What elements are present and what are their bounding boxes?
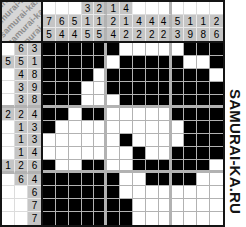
grid-cell[interactable]: [82, 56, 95, 69]
grid-cell[interactable]: [82, 121, 95, 134]
grid-cell[interactable]: [172, 95, 185, 108]
grid-cell[interactable]: [159, 199, 172, 212]
col-clue: 9: [184, 28, 197, 41]
col-clue: [133, 2, 146, 15]
grid-cell[interactable]: [159, 108, 172, 121]
grid-cell[interactable]: [197, 69, 210, 82]
grid-cell[interactable]: [172, 173, 185, 186]
grid-cell[interactable]: [159, 121, 172, 134]
grid-cell[interactable]: [43, 147, 56, 160]
grid-cell[interactable]: [172, 134, 185, 147]
grid-cell[interactable]: [107, 212, 120, 225]
grid-cell[interactable]: [94, 69, 107, 82]
col-clue: 4: [69, 28, 82, 41]
col-clue: 7: [43, 15, 56, 28]
grid-cell[interactable]: [159, 134, 172, 147]
grid-cell[interactable]: [82, 173, 95, 186]
grid-cell[interactable]: [133, 147, 146, 160]
grid-cell[interactable]: [107, 108, 120, 121]
col-clue: 3: [172, 28, 185, 41]
grid-cell[interactable]: [184, 199, 197, 212]
col-clue: 8: [197, 28, 210, 41]
col-clue: [210, 2, 223, 15]
grid-cell[interactable]: [159, 95, 172, 108]
grid-cell[interactable]: [133, 134, 146, 147]
grid-cell[interactable]: [197, 134, 210, 147]
grid-cell[interactable]: [94, 82, 107, 95]
grid-cell[interactable]: [146, 43, 159, 56]
grid-cell[interactable]: [120, 69, 133, 82]
row-clue: 3: [28, 121, 41, 134]
row-clue: 3: [28, 134, 41, 147]
grid-cell[interactable]: [120, 147, 133, 160]
grid-cell[interactable]: [159, 82, 172, 95]
grid-cell[interactable]: [120, 134, 133, 147]
row-clue: 1: [28, 56, 41, 69]
row-clue: [2, 186, 15, 199]
row-clue: 5: [2, 56, 15, 69]
col-clue: 5: [94, 28, 107, 41]
col-clue: 2: [146, 28, 159, 41]
side-watermark: SAMURAI-KA.RU: [225, 0, 246, 227]
grid-cell[interactable]: [94, 199, 107, 212]
grid-cell[interactable]: [56, 186, 69, 199]
grid-cell[interactable]: [172, 212, 185, 225]
grid-cell[interactable]: [69, 95, 82, 108]
grid-cell[interactable]: [172, 69, 185, 82]
col-clue: 1: [184, 15, 197, 28]
grid-cell[interactable]: [43, 56, 56, 69]
row-clue: [2, 147, 15, 160]
grid-cell[interactable]: [43, 199, 56, 212]
grid-cell[interactable]: [159, 56, 172, 69]
grid-cell[interactable]: [120, 56, 133, 69]
grid-cell[interactable]: [146, 121, 159, 134]
grid-cell[interactable]: [146, 173, 159, 186]
grid-cell[interactable]: [82, 108, 95, 121]
grid-cell[interactable]: [133, 212, 146, 225]
row-clue: 6: [15, 43, 28, 56]
grid-cell[interactable]: [43, 108, 56, 121]
side-watermark-text: SAMURAI-KA.RU: [227, 89, 244, 214]
grid-cell[interactable]: [56, 199, 69, 212]
grid-cell[interactable]: [120, 199, 133, 212]
grid-cell[interactable]: [69, 43, 82, 56]
grid-cell[interactable]: [82, 69, 95, 82]
grid-cell[interactable]: [56, 134, 69, 147]
col-clue: 1: [107, 2, 120, 15]
grid-cell[interactable]: [133, 95, 146, 108]
grid-cell[interactable]: [82, 134, 95, 147]
row-clue: 3: [28, 43, 41, 56]
row-clue: 2: [2, 108, 15, 121]
grid-cell[interactable]: [120, 95, 133, 108]
grid-cell[interactable]: [120, 212, 133, 225]
grid-cell[interactable]: [43, 173, 56, 186]
grid-cell[interactable]: [94, 173, 107, 186]
col-clue: [184, 2, 197, 15]
col-clue: 1: [82, 15, 95, 28]
grid-cell[interactable]: [56, 108, 69, 121]
col-clue: [146, 2, 159, 15]
grid-cell[interactable]: [172, 160, 185, 173]
col-clue: 4: [146, 15, 159, 28]
grid-cell[interactable]: [146, 160, 159, 173]
grid-cell[interactable]: [159, 212, 172, 225]
grid-cell[interactable]: [159, 173, 172, 186]
row-clue: 8: [28, 94, 41, 108]
col-clue: 1: [197, 15, 210, 28]
grid-cell[interactable]: [159, 147, 172, 160]
grid-cell[interactable]: [210, 147, 223, 160]
grid-cell[interactable]: [82, 82, 95, 95]
grid-cell[interactable]: [197, 186, 210, 199]
grid-cell[interactable]: [94, 121, 107, 134]
col-clue: 1: [120, 15, 133, 28]
col-clue: 5: [82, 28, 95, 41]
col-clue: 3: [82, 2, 95, 15]
grid-cell[interactable]: [146, 56, 159, 69]
grid-cell[interactable]: [94, 108, 107, 121]
grid-cell[interactable]: [197, 160, 210, 173]
grid-cell[interactable]: [184, 160, 197, 173]
grid-cell[interactable]: [82, 95, 95, 108]
grid-cell[interactable]: [146, 82, 159, 95]
grid-cell[interactable]: [184, 108, 197, 121]
row-clue: 5: [15, 56, 28, 69]
grid-cell[interactable]: [146, 147, 159, 160]
grid-cell[interactable]: [120, 160, 133, 173]
row-clue: [2, 81, 15, 94]
grid-cell[interactable]: [172, 121, 185, 134]
grid-cell[interactable]: [107, 160, 120, 173]
grid-cell[interactable]: [56, 121, 69, 134]
grid-cell[interactable]: [69, 186, 82, 199]
grid-cell[interactable]: [69, 147, 82, 160]
grid-cell[interactable]: [159, 186, 172, 199]
grid-cell[interactable]: [43, 160, 56, 173]
grid-cell[interactable]: [120, 108, 133, 121]
grid-cell[interactable]: [56, 173, 69, 186]
grid-cell[interactable]: [94, 56, 107, 69]
row-clue: 4: [28, 174, 41, 187]
grid-cell[interactable]: [197, 147, 210, 160]
col-clue: 1: [94, 15, 107, 28]
grid-cell[interactable]: [133, 82, 146, 95]
grid-cell[interactable]: [56, 69, 69, 82]
grid-cell[interactable]: [159, 43, 172, 56]
grid-cell[interactable]: [172, 56, 185, 69]
grid-cell[interactable]: [120, 173, 133, 186]
grid-cell[interactable]: [133, 173, 146, 186]
grid-cell[interactable]: [120, 82, 133, 95]
row-clue: [2, 134, 15, 147]
row-clue: [2, 43, 15, 56]
grid-cell[interactable]: [184, 134, 197, 147]
col-clue: 5: [69, 15, 82, 28]
col-clue: 6: [210, 28, 223, 41]
grid-cell[interactable]: [197, 56, 210, 69]
grid-cell[interactable]: [146, 69, 159, 82]
grid-cell[interactable]: [197, 121, 210, 134]
row-clue: 4: [15, 69, 28, 82]
grid-cell[interactable]: [107, 199, 120, 212]
row-clues-panel: 6355148393822413131412664677: [2, 43, 43, 225]
grid-cell[interactable]: [43, 121, 56, 134]
grid-cell[interactable]: [120, 186, 133, 199]
col-clue: 4: [120, 2, 133, 15]
grid-cell[interactable]: [172, 43, 185, 56]
grid-cell[interactable]: [107, 69, 120, 82]
grid-cell[interactable]: [43, 212, 56, 225]
row-clue: 6: [15, 174, 28, 187]
row-clue: [2, 174, 15, 187]
row-clue: 8: [28, 69, 41, 82]
grid-cell[interactable]: [43, 134, 56, 147]
grid-cell[interactable]: [146, 199, 159, 212]
grid-cell[interactable]: [133, 121, 146, 134]
grid-cell[interactable]: [210, 199, 223, 212]
row-clue: 1: [15, 134, 28, 147]
grid-cell[interactable]: [184, 186, 197, 199]
grid-cell[interactable]: [82, 199, 95, 212]
row-clue: [2, 199, 15, 212]
grid-cell[interactable]: [94, 186, 107, 199]
grid-cell[interactable]: [172, 82, 185, 95]
grid-cell[interactable]: [82, 160, 95, 173]
row-clue: [2, 121, 15, 134]
grid-cell[interactable]: [107, 173, 120, 186]
grid-cell[interactable]: [210, 108, 223, 121]
grid-cell[interactable]: [56, 82, 69, 95]
grid-cell[interactable]: [82, 212, 95, 225]
col-clue: [197, 2, 210, 15]
grid-cell[interactable]: [69, 82, 82, 95]
grid-cell[interactable]: [172, 186, 185, 199]
grid-cell[interactable]: [210, 212, 223, 225]
col-clue: [159, 2, 172, 15]
grid-cell[interactable]: [43, 186, 56, 199]
grid-cell[interactable]: [69, 56, 82, 69]
grid-cell[interactable]: [133, 69, 146, 82]
grid-cell[interactable]: [120, 43, 133, 56]
corner-logo-text: samurai-ka.ru samurai-ka.ru samurai-ka.r…: [2, 2, 43, 43]
row-clue: [15, 199, 28, 212]
grid-cell[interactable]: [197, 173, 210, 186]
col-clue: 2: [94, 2, 107, 15]
grid-cell[interactable]: [210, 173, 223, 186]
grid-cell[interactable]: [197, 95, 210, 108]
col-clue: 2: [107, 15, 120, 28]
col-clue: [172, 2, 185, 15]
row-clue: 7: [28, 212, 41, 225]
grid-cell[interactable]: [107, 56, 120, 69]
grid-cell[interactable]: [133, 160, 146, 173]
grid-cell[interactable]: [94, 160, 107, 173]
grid-cell[interactable]: [56, 56, 69, 69]
grid-cell[interactable]: [82, 186, 95, 199]
col-clue: 5: [172, 15, 185, 28]
grid-cell[interactable]: [107, 186, 120, 199]
grid-cell[interactable]: [69, 134, 82, 147]
grid-cell[interactable]: [69, 69, 82, 82]
grid-cell[interactable]: [43, 82, 56, 95]
grid-cell[interactable]: [56, 95, 69, 108]
grid-cell[interactable]: [172, 199, 185, 212]
grid-cell[interactable]: [82, 147, 95, 160]
grid-cell[interactable]: [210, 134, 223, 147]
grid-cell[interactable]: [184, 95, 197, 108]
col-clue: 2: [159, 28, 172, 41]
corner-logo-watermark: samurai-ka.ru samurai-ka.ru samurai-ka.r…: [2, 2, 43, 43]
grid-cell[interactable]: [184, 212, 197, 225]
grid-cell[interactable]: [184, 147, 197, 160]
grid-cell[interactable]: [210, 186, 223, 199]
grid-cell[interactable]: [43, 43, 56, 56]
grid-cell[interactable]: [107, 95, 120, 108]
col-clue: 2: [210, 15, 223, 28]
grid-cell[interactable]: [184, 82, 197, 95]
grid-cell[interactable]: [133, 43, 146, 56]
grid-cell[interactable]: [210, 160, 223, 173]
col-clue: 2: [133, 28, 146, 41]
grid-cell[interactable]: [210, 121, 223, 134]
grid-cell[interactable]: [184, 173, 197, 186]
grid-cell[interactable]: [146, 134, 159, 147]
grid-cell[interactable]: [146, 212, 159, 225]
grid-cell[interactable]: [133, 186, 146, 199]
grid-cell[interactable]: [94, 134, 107, 147]
grid-cell[interactable]: [133, 199, 146, 212]
grid-cell[interactable]: [69, 121, 82, 134]
grid-cell[interactable]: [172, 147, 185, 160]
row-clue: [15, 186, 28, 199]
grid-cell[interactable]: [56, 160, 69, 173]
grid-cell[interactable]: [172, 108, 185, 121]
col-clue: [56, 2, 69, 15]
grid-cell[interactable]: [210, 56, 223, 69]
grid-cell[interactable]: [69, 160, 82, 173]
row-clue: 1: [15, 121, 28, 134]
row-clue: 6: [28, 160, 41, 174]
col-clue: 2: [120, 28, 133, 41]
grid-cell[interactable]: [197, 212, 210, 225]
grid-cell[interactable]: [69, 173, 82, 186]
col-clue: 6: [56, 15, 69, 28]
grid-cell[interactable]: [210, 82, 223, 95]
row-clue: [15, 212, 28, 225]
grid-cell[interactable]: [107, 82, 120, 95]
grid-cell[interactable]: [69, 199, 82, 212]
grid-cell[interactable]: [210, 43, 223, 56]
col-clue: 4: [56, 28, 69, 41]
grid-cell[interactable]: [197, 43, 210, 56]
grid-cell[interactable]: [159, 69, 172, 82]
row-clue: 1: [15, 147, 28, 160]
grid-cell[interactable]: [56, 43, 69, 56]
grid-cell[interactable]: [184, 69, 197, 82]
grid-cell[interactable]: [146, 95, 159, 108]
grid-cell[interactable]: [184, 121, 197, 134]
grid-cell[interactable]: [43, 69, 56, 82]
grid-cell[interactable]: [82, 43, 95, 56]
row-clue: 3: [15, 81, 28, 94]
col-clue: 5: [43, 28, 56, 41]
nonogram-board: samurai-ka.ru samurai-ka.ru samurai-ka.r…: [0, 0, 246, 227]
row-clue: [2, 212, 15, 225]
grid-cell[interactable]: [146, 108, 159, 121]
grid-cell[interactable]: [107, 147, 120, 160]
grid-cell[interactable]: [133, 56, 146, 69]
row-clue: 9: [28, 81, 41, 94]
row-clue: 1: [2, 160, 15, 174]
row-clue: 4: [28, 147, 41, 160]
grid-cell[interactable]: [69, 212, 82, 225]
row-clue: 3: [15, 94, 28, 108]
grid-cell[interactable]: [210, 69, 223, 82]
grid-cell[interactable]: [107, 134, 120, 147]
grid-cell[interactable]: [120, 121, 133, 134]
col-clue: 4: [107, 28, 120, 41]
row-clue: 6: [28, 186, 41, 199]
grid-cell[interactable]: [94, 212, 107, 225]
grid-cell[interactable]: [133, 108, 146, 121]
grid-cell[interactable]: [107, 43, 120, 56]
row-clue: [2, 94, 15, 108]
grid-cell[interactable]: [69, 108, 82, 121]
col-clue: 4: [159, 15, 172, 28]
grid-cell[interactable]: [107, 121, 120, 134]
grid-cell[interactable]: [56, 212, 69, 225]
grid-cell[interactable]: [197, 82, 210, 95]
grid-cell[interactable]: [210, 95, 223, 108]
col-clue: [43, 2, 56, 15]
column-clues-panel: 32147651121444511254455422223986: [43, 2, 223, 43]
grid-cell[interactable]: [94, 95, 107, 108]
grid-cell[interactable]: [146, 186, 159, 199]
grid-cell[interactable]: [43, 95, 56, 108]
grid-cell[interactable]: [94, 43, 107, 56]
puzzle-area: samurai-ka.ru samurai-ka.ru samurai-ka.r…: [0, 0, 225, 227]
grid-cell[interactable]: [159, 160, 172, 173]
puzzle-grid: [43, 43, 223, 225]
col-clue: [69, 2, 82, 15]
col-clue: 4: [133, 15, 146, 28]
grid-cell[interactable]: [197, 108, 210, 121]
grid-cell[interactable]: [94, 147, 107, 160]
grid-cell[interactable]: [184, 56, 197, 69]
grid-cell[interactable]: [197, 199, 210, 212]
grid-cell[interactable]: [56, 147, 69, 160]
row-clue: 7: [28, 199, 41, 212]
row-clue: 2: [15, 108, 28, 121]
row-clue: 2: [15, 160, 28, 174]
grid-cell[interactable]: [184, 43, 197, 56]
row-clue: 4: [28, 108, 41, 121]
row-clue: [2, 69, 15, 82]
